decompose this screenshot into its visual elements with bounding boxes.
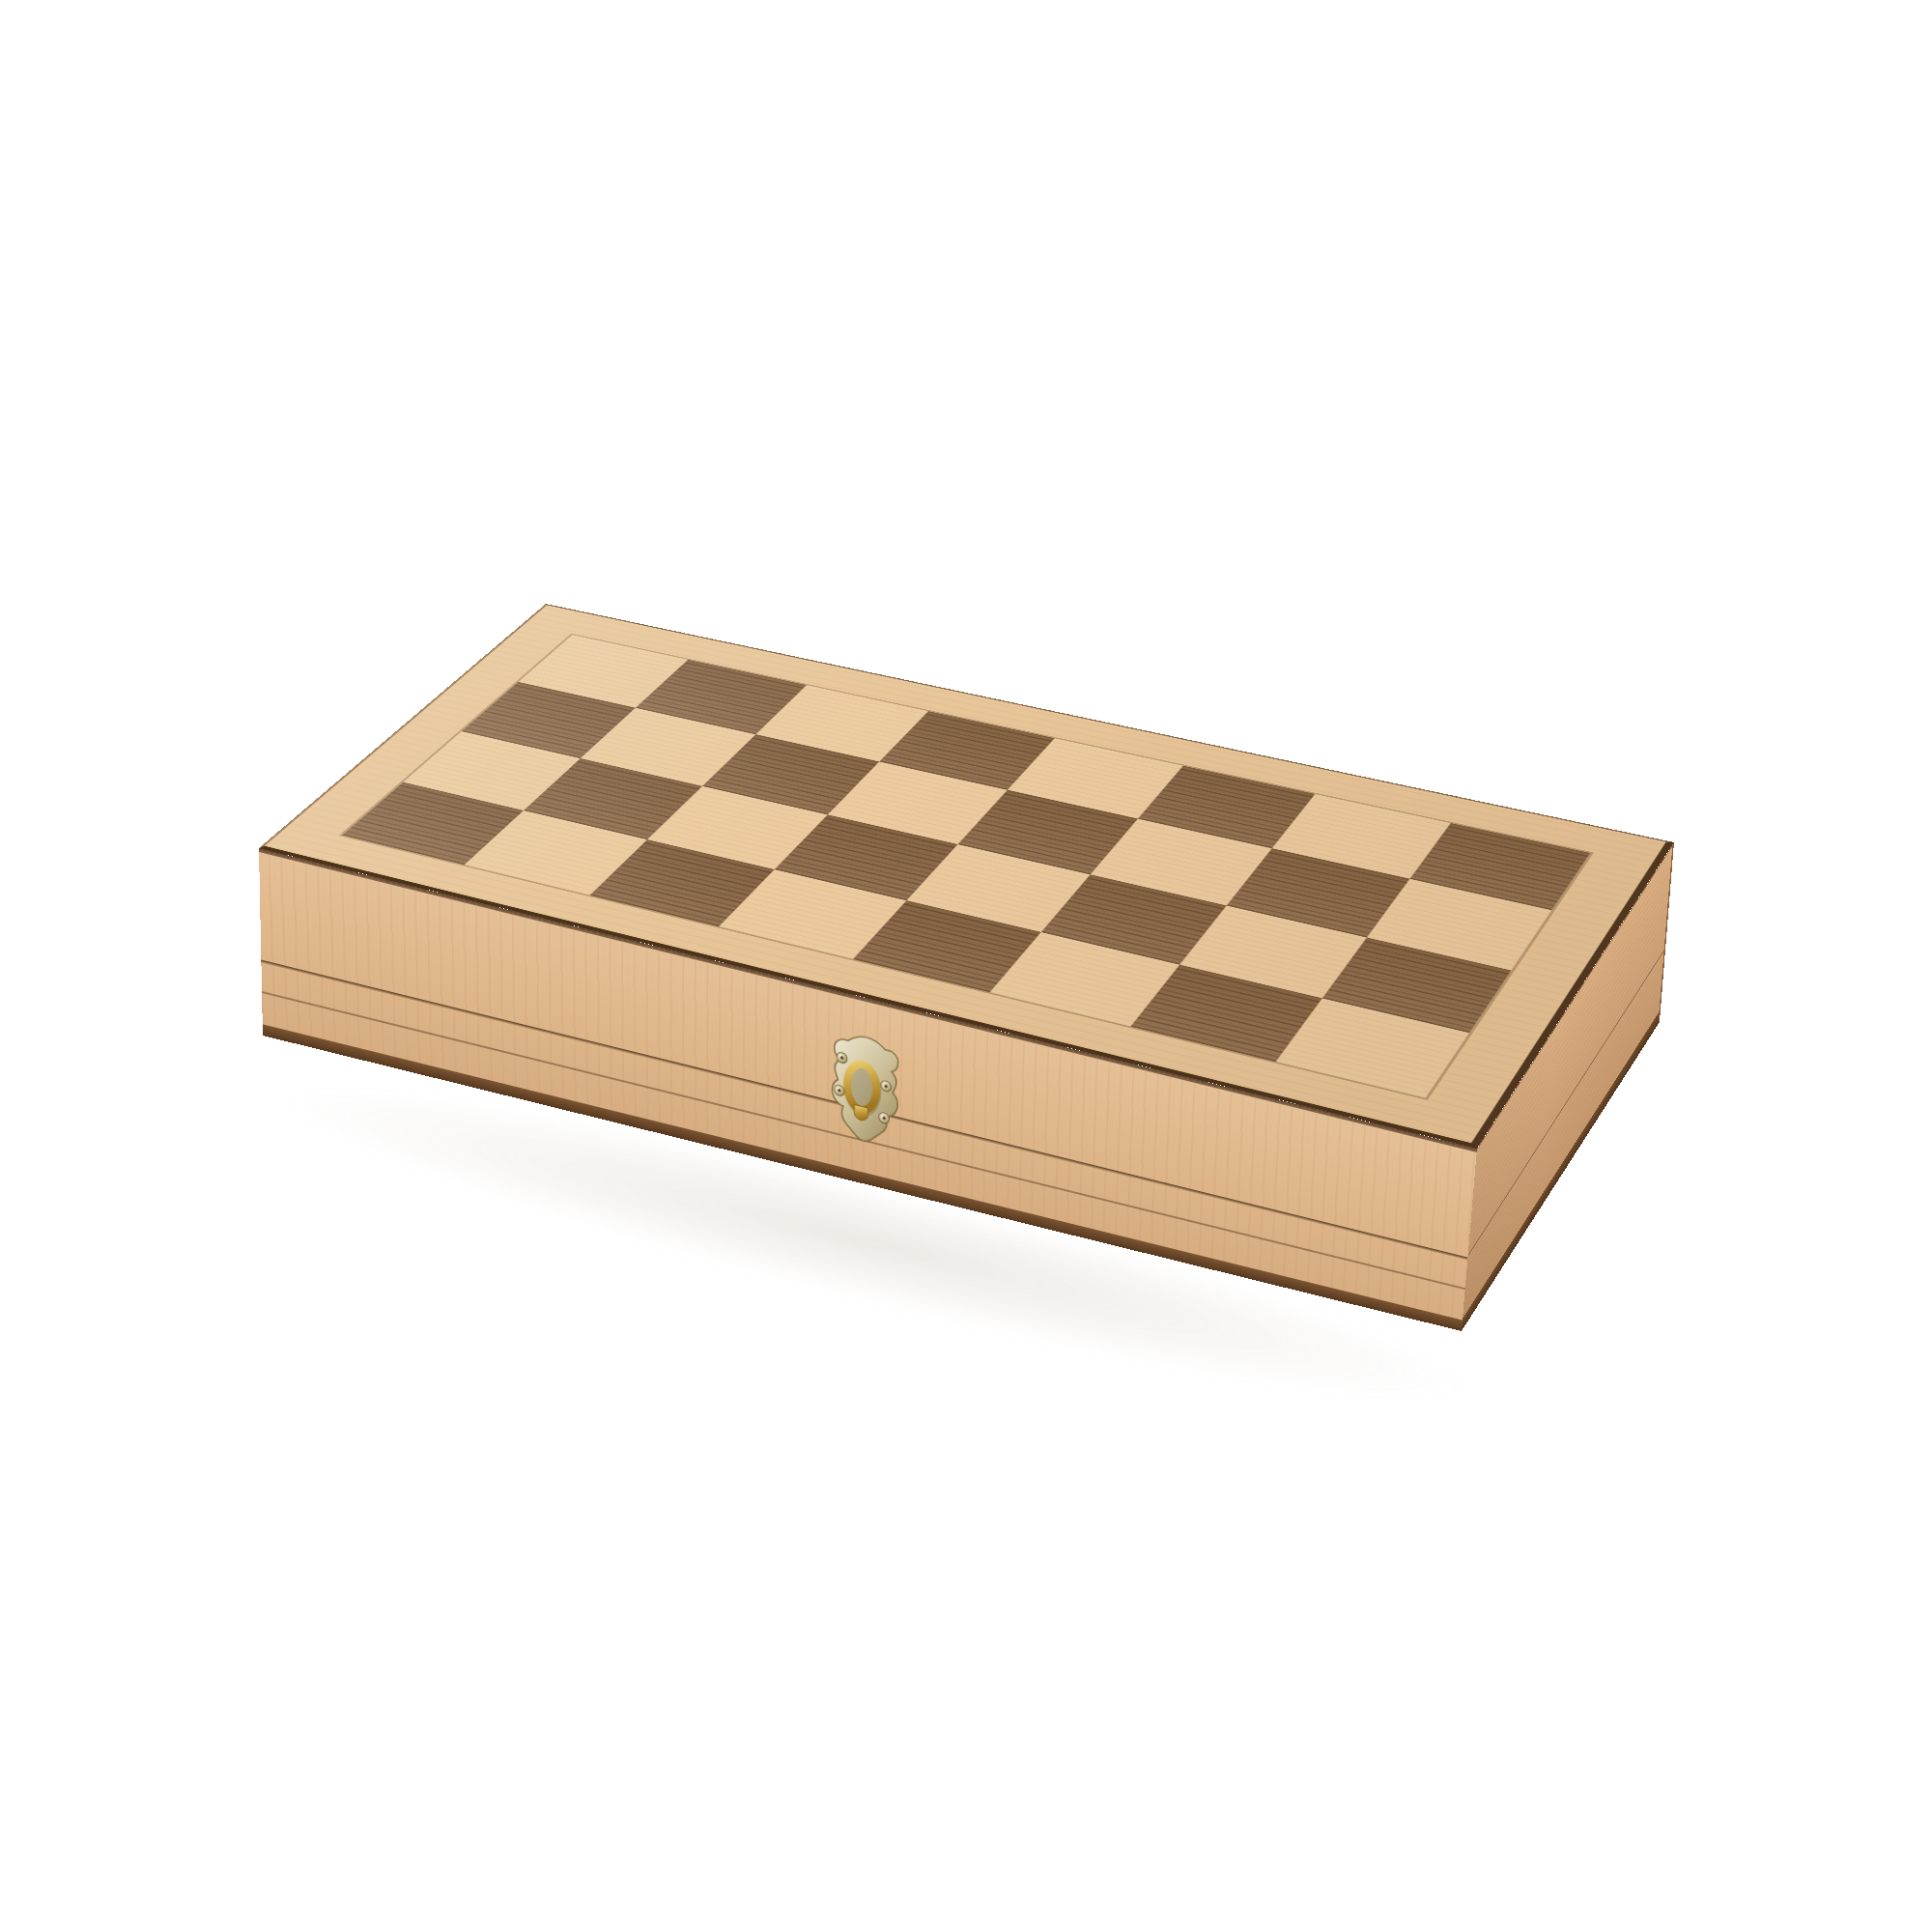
product-photo-stage — [0, 0, 1932, 1932]
latch[interactable] — [821, 1021, 910, 1159]
